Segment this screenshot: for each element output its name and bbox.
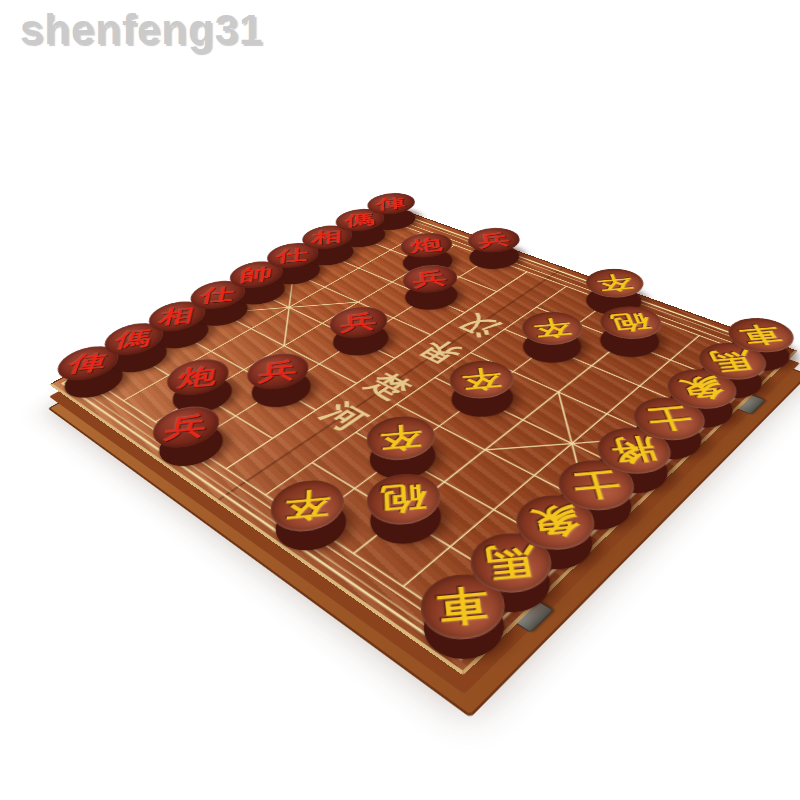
piece-character: 砲 bbox=[380, 481, 427, 516]
piece-character: 俥 bbox=[376, 196, 406, 211]
piece-black-soldier[interactable]: 卒 bbox=[439, 373, 525, 425]
piece-character: 兵 bbox=[412, 269, 448, 289]
piece-character: 馬 bbox=[483, 542, 539, 582]
piece-character: 象 bbox=[527, 503, 582, 540]
piece-character: 傌 bbox=[345, 212, 375, 228]
piece-character: 砲 bbox=[608, 311, 653, 334]
piece-red-soldier[interactable]: 兵 bbox=[394, 277, 468, 315]
piece-character: 卒 bbox=[594, 273, 636, 293]
piece-face: 砲 bbox=[594, 304, 667, 341]
piece-character: 兵 bbox=[163, 412, 209, 441]
piece-character: 兵 bbox=[340, 311, 376, 333]
piece-character: 士 bbox=[569, 467, 624, 501]
piece-character: 帥 bbox=[239, 265, 274, 284]
piece-red-soldier[interactable]: 兵 bbox=[322, 319, 400, 362]
piece-face: 俥 bbox=[367, 191, 416, 216]
piece-face: 兵 bbox=[244, 351, 309, 392]
piece-black-cannon[interactable]: 砲 bbox=[589, 319, 670, 364]
piece-character: 將 bbox=[607, 434, 661, 466]
piece-face: 卒 bbox=[366, 414, 437, 463]
piece-face: 兵 bbox=[329, 304, 388, 340]
piece-character: 車 bbox=[434, 584, 490, 628]
piece-character: 士 bbox=[642, 403, 695, 433]
piece-character: 車 bbox=[735, 323, 786, 347]
piece-character: 相 bbox=[311, 229, 342, 246]
piece-face: 卒 bbox=[581, 267, 649, 300]
piece-face: 炮 bbox=[163, 357, 232, 398]
piece-character: 卒 bbox=[283, 488, 330, 523]
board-surface: 楚 河 汉 界 俥傌相仕帥仕相傌俥炮炮兵兵兵兵兵卒卒卒卒卒砲砲車馬象士將士象馬車 bbox=[49, 205, 798, 675]
piece-character: 象 bbox=[675, 375, 727, 403]
piece-character: 仕 bbox=[199, 285, 236, 305]
piece-character: 馬 bbox=[706, 348, 758, 374]
piece-character: 卒 bbox=[379, 423, 423, 453]
piece-black-cannon[interactable]: 砲 bbox=[356, 485, 455, 554]
piece-face: 砲 bbox=[366, 471, 443, 528]
piece-black-soldier[interactable]: 卒 bbox=[512, 324, 593, 369]
piece-face: 兵 bbox=[148, 404, 223, 451]
piece-character: 兵 bbox=[257, 358, 297, 383]
piece-face: 卒 bbox=[447, 358, 517, 401]
piece-face: 卒 bbox=[518, 310, 587, 348]
piece-face: 兵 bbox=[465, 226, 522, 255]
piece-face: 炮 bbox=[400, 231, 454, 260]
piece-character: 卒 bbox=[531, 317, 574, 340]
piece-red-soldier[interactable]: 兵 bbox=[240, 365, 323, 414]
watermark: shenfeng31 bbox=[20, 6, 263, 54]
piece-character: 傌 bbox=[113, 328, 155, 351]
pieces-layer: 俥傌相仕帥仕相傌俥炮炮兵兵兵兵兵卒卒卒卒卒砲砲車馬象士將士象馬車 bbox=[53, 206, 795, 671]
piece-character: 俥 bbox=[66, 351, 110, 375]
piece-character: 相 bbox=[157, 306, 196, 327]
piece-character: 卒 bbox=[460, 366, 503, 392]
piece-character: 仕 bbox=[276, 246, 309, 264]
piece-character: 兵 bbox=[476, 231, 511, 249]
piece-character: 炮 bbox=[410, 236, 444, 254]
piece-character: 炮 bbox=[176, 364, 219, 389]
piece-red-soldier[interactable]: 兵 bbox=[459, 240, 529, 274]
piece-face: 卒 bbox=[268, 478, 344, 535]
